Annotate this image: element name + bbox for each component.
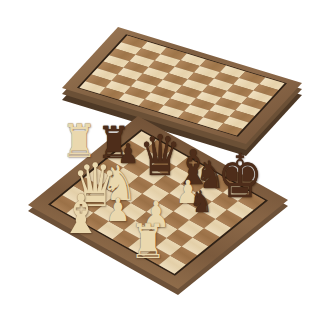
back-board-grid — [79, 36, 284, 136]
back-board-inlay-line — [77, 34, 287, 136]
chess-set-product-photo: ♜♜♟♛♞♝♟♛♟♝♟♜♞♞♚ — [0, 0, 320, 320]
front-board-grid — [51, 131, 265, 273]
